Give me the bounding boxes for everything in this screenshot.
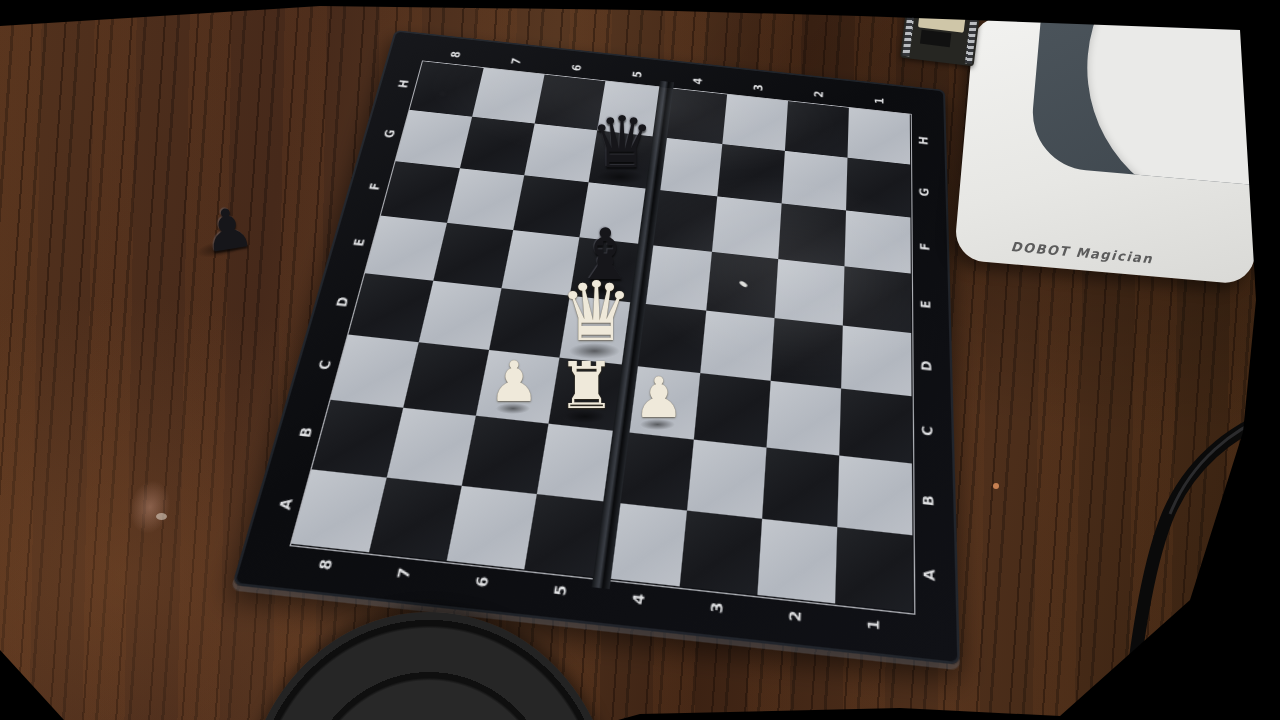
module-chip: [920, 30, 951, 48]
robot-base-inset: [1028, 8, 1280, 187]
square-f7: [447, 168, 524, 230]
square-c6: [476, 350, 560, 424]
rank-label-top-4: 4: [683, 56, 712, 106]
square-d3: [700, 311, 774, 381]
square-c2: [767, 381, 842, 456]
rank-label-top-3: 3: [744, 63, 772, 113]
square-e2: [775, 259, 845, 325]
square-b7: [387, 408, 476, 486]
square-g7: [460, 117, 535, 176]
square-g6: [524, 124, 597, 183]
square-e7: [433, 223, 513, 288]
module-pins-left: [902, 8, 915, 56]
rank-label-bottom-3: 3: [698, 567, 735, 650]
square-e6: [502, 230, 580, 296]
rank-label-top-2: 2: [806, 69, 832, 120]
rank-label-bottom-1: 1: [858, 584, 890, 668]
square-b3: [687, 440, 767, 519]
square-d6: [489, 288, 570, 357]
square-d7: [419, 281, 502, 350]
square-f2: [778, 203, 846, 266]
square-c7: [403, 342, 489, 415]
electronics-module: [900, 6, 980, 67]
robot-mount-circle: [1075, 8, 1280, 187]
square-d2: [771, 318, 843, 388]
table-speck-orange: [993, 483, 999, 489]
square-b6: [462, 416, 549, 494]
rank-label-top-1: 1: [867, 76, 891, 127]
square-g2: [782, 151, 848, 211]
table-speck: [156, 513, 167, 520]
square-c3: [694, 373, 771, 447]
square-f6: [513, 175, 588, 237]
photo-scene: 8877665544332211HHGGFFEEDDCCBBAA DOBOT M…: [0, 0, 1280, 720]
square-g3: [717, 144, 785, 203]
square-b2: [762, 448, 839, 527]
square-f3: [712, 196, 782, 259]
robot-arm-base: DOBOT Magician: [954, 14, 1274, 285]
rank-label-bottom-2: 2: [778, 575, 812, 659]
